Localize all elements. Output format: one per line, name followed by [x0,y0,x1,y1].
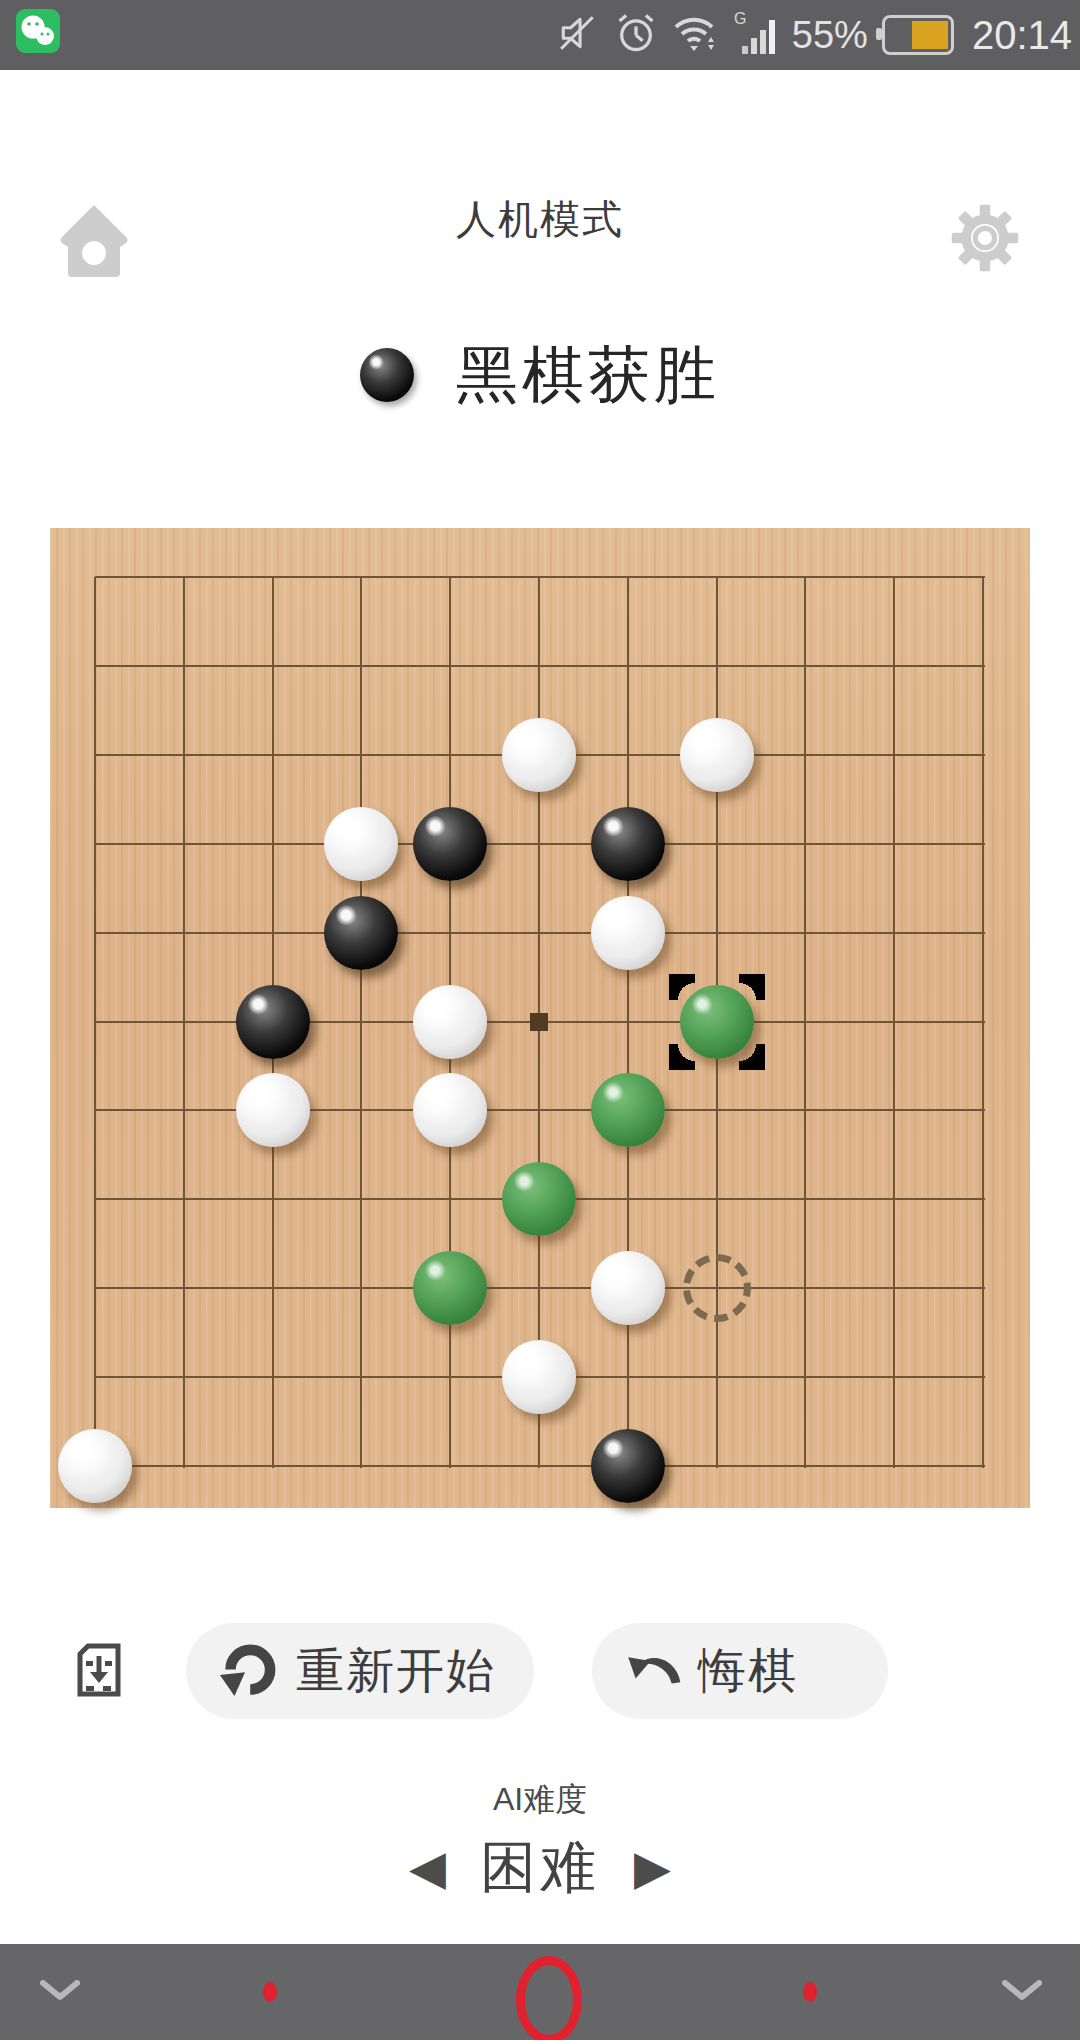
ghost-move-marker[interactable] [683,1254,751,1322]
white-stone[interactable] [413,1073,487,1147]
alarm-icon [614,11,658,59]
grid-line-horizontal [95,576,985,578]
clock-text: 20:14 [972,13,1072,58]
game-record-button[interactable] [76,1643,122,1701]
white-stone[interactable] [680,718,754,792]
undo-label: 悔棋 [698,1639,798,1703]
page-title: 人机模式 [0,192,1080,247]
wifi-icon [672,11,720,59]
grid-line-vertical [94,577,96,1468]
settings-gear-button[interactable] [950,201,1020,279]
grid-line-horizontal [95,1109,985,1111]
white-stone[interactable] [502,718,576,792]
black-stone[interactable] [236,985,310,1059]
grid-line-horizontal [95,1465,985,1467]
green-stone[interactable] [680,985,754,1059]
green-stone[interactable] [413,1251,487,1325]
black-stone-icon [360,348,414,402]
status-bar: G 55% 20:14 [0,0,1080,70]
white-stone[interactable] [502,1340,576,1414]
gomoku-board[interactable] [50,528,1030,1508]
board-center-marker [530,1013,548,1031]
winner-banner: 黑棋获胜 [0,330,1080,420]
svg-text:G: G [734,10,746,27]
nav-dot [263,1982,277,2002]
grid-line-vertical [893,577,895,1468]
ai-difficulty: AI难度 ◀ 困难 ▶ [0,1778,1080,1906]
controls-row: 重新开始 悔棋 [0,1623,1080,1719]
white-stone[interactable] [324,807,398,881]
nav-back-chevron[interactable] [40,1980,80,2006]
white-stone[interactable] [236,1073,310,1147]
wechat-icon [16,9,60,53]
difficulty-value: 困难 [480,1830,600,1906]
grid-line-horizontal [95,932,985,934]
grid-line-horizontal [95,665,985,667]
black-stone[interactable] [591,807,665,881]
grid-line-vertical [982,577,984,1468]
difficulty-next-arrow[interactable]: ▶ [634,1844,671,1892]
battery-icon [882,15,954,55]
battery-percent: 55% [792,14,868,57]
mute-icon [558,11,600,59]
white-stone[interactable] [591,1251,665,1325]
signal-G-icon: G [734,10,778,60]
black-stone[interactable] [324,896,398,970]
black-stone[interactable] [591,1429,665,1503]
white-stone[interactable] [413,985,487,1059]
difficulty-prev-arrow[interactable]: ◀ [409,1844,446,1892]
grid-line-vertical [360,577,362,1468]
ai-difficulty-label: AI难度 [0,1778,1080,1822]
white-stone[interactable] [591,896,665,970]
grid-line-vertical [183,577,185,1468]
grid-line-vertical [627,577,629,1468]
grid-line-horizontal [95,843,985,845]
nav-dot [803,1982,817,2002]
winner-text: 黑棋获胜 [456,333,720,417]
undo-button[interactable]: 悔棋 [592,1623,888,1719]
restart-button[interactable]: 重新开始 [186,1623,534,1719]
white-stone[interactable] [58,1429,132,1503]
black-stone[interactable] [413,807,487,881]
nav-hide-chevron[interactable] [1002,1980,1042,2006]
green-stone[interactable] [591,1073,665,1147]
nav-home-ring-button[interactable] [516,1956,582,2040]
header: 人机模式 [0,70,1080,290]
green-stone[interactable] [502,1162,576,1236]
grid-line-horizontal [95,1287,985,1289]
undo-icon [622,1640,684,1702]
restart-icon [216,1638,282,1704]
grid-line-vertical [804,577,806,1468]
restart-label: 重新开始 [296,1639,496,1703]
